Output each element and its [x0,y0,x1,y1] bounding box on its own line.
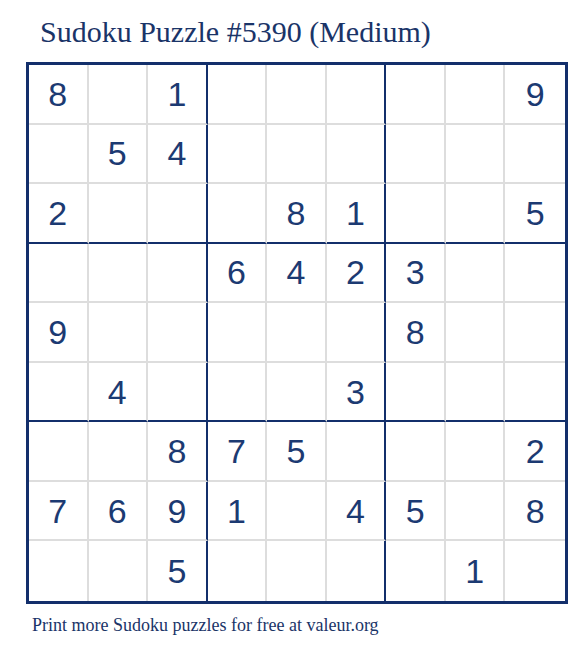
cell-r7c8 [446,422,506,482]
cell-r9c3: 5 [148,541,208,601]
cell-r5c2 [89,303,149,363]
cell-r6c1 [29,363,89,423]
cell-r8c9: 8 [505,482,565,542]
cell-r2c1 [29,125,89,185]
cell-r2c6 [327,125,387,185]
cell-r4c7: 3 [386,244,446,304]
cell-r6c2: 4 [89,363,149,423]
cell-r4c3 [148,244,208,304]
cell-r7c2 [89,422,149,482]
cell-r3c5: 8 [267,184,327,244]
cell-r9c2 [89,541,149,601]
cell-r9c7 [386,541,446,601]
cell-r5c1: 9 [29,303,89,363]
cell-r4c4: 6 [208,244,268,304]
cell-r4c2 [89,244,149,304]
cell-r5c7: 8 [386,303,446,363]
cell-r7c1 [29,422,89,482]
page-title: Sudoku Puzzle #5390 (Medium) [40,15,431,50]
cell-r2c2: 5 [89,125,149,185]
cell-r3c8 [446,184,506,244]
cell-r3c3 [148,184,208,244]
cell-r3c1: 2 [29,184,89,244]
cell-r3c9: 5 [505,184,565,244]
cell-r7c4: 7 [208,422,268,482]
cell-r5c5 [267,303,327,363]
cell-r4c8 [446,244,506,304]
cell-r2c8 [446,125,506,185]
cell-r2c9 [505,125,565,185]
footer-text: Print more Sudoku puzzles for free at va… [32,615,379,636]
cell-r2c3: 4 [148,125,208,185]
cell-r5c8 [446,303,506,363]
cell-r3c2 [89,184,149,244]
cell-r9c5 [267,541,327,601]
cell-r5c6 [327,303,387,363]
cell-r7c9: 2 [505,422,565,482]
cell-r1c2 [89,65,149,125]
cell-r8c1: 7 [29,482,89,542]
cell-r5c4 [208,303,268,363]
cell-r8c7: 5 [386,482,446,542]
cell-r4c6: 2 [327,244,387,304]
cell-r6c5 [267,363,327,423]
cell-r9c8: 1 [446,541,506,601]
cell-r1c1: 8 [29,65,89,125]
cell-r5c3 [148,303,208,363]
cell-r6c9 [505,363,565,423]
cell-r9c1 [29,541,89,601]
cell-r3c4 [208,184,268,244]
cell-r9c6 [327,541,387,601]
cell-r1c6 [327,65,387,125]
cell-r9c4 [208,541,268,601]
cell-r7c7 [386,422,446,482]
cell-r6c4 [208,363,268,423]
cell-r1c3: 1 [148,65,208,125]
cell-r4c1 [29,244,89,304]
cell-r5c9 [505,303,565,363]
cell-r8c5 [267,482,327,542]
cell-r8c8 [446,482,506,542]
cell-r6c3 [148,363,208,423]
cell-r2c5 [267,125,327,185]
cell-r2c4 [208,125,268,185]
cell-r7c3: 8 [148,422,208,482]
cell-r3c6: 1 [327,184,387,244]
sudoku-board: 819542815642398438752769145851 [26,62,568,604]
cell-r4c5: 4 [267,244,327,304]
cell-r6c8 [446,363,506,423]
cell-r8c2: 6 [89,482,149,542]
cell-r7c6 [327,422,387,482]
cell-r8c6: 4 [327,482,387,542]
cell-r4c9 [505,244,565,304]
cell-r1c7 [386,65,446,125]
cell-r7c5: 5 [267,422,327,482]
cell-r3c7 [386,184,446,244]
cell-r1c9: 9 [505,65,565,125]
cell-r1c5 [267,65,327,125]
cell-r6c7 [386,363,446,423]
cell-r8c4: 1 [208,482,268,542]
cell-r1c8 [446,65,506,125]
cell-r9c9 [505,541,565,601]
cell-r2c7 [386,125,446,185]
cell-r1c4 [208,65,268,125]
cell-r8c3: 9 [148,482,208,542]
cell-r6c6: 3 [327,363,387,423]
